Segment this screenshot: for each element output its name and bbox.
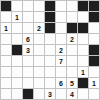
cell-r2c6-black[interactable]	[67, 23, 77, 33]
cell-r8c2-black[interactable]	[23, 89, 33, 99]
cell-r0c3[interactable]	[34, 1, 44, 11]
cell-r4c6[interactable]	[67, 45, 77, 55]
cell-r2c3-clue[interactable]: 2	[34, 23, 44, 33]
cell-r8c4-clue[interactable]: 3	[45, 89, 55, 99]
cell-r1c6[interactable]	[67, 12, 77, 22]
cell-r3c6-clue[interactable]: 2	[67, 34, 77, 44]
cell-r7c8-clue[interactable]: 1	[89, 78, 99, 88]
cell-r0c2[interactable]	[23, 1, 33, 11]
cell-r0c0-black[interactable]	[1, 1, 11, 11]
cell-r8c7[interactable]	[78, 89, 88, 99]
cell-r5c3[interactable]	[34, 56, 44, 66]
cell-r5c4[interactable]	[45, 56, 55, 66]
cell-r7c7-black[interactable]	[78, 78, 88, 88]
cell-r0c4-black[interactable]	[45, 1, 55, 11]
cell-r1c0[interactable]	[1, 12, 11, 22]
cell-r7c6-clue[interactable]: 5	[67, 78, 77, 88]
cell-r6c2[interactable]	[23, 67, 33, 77]
cell-r6c0[interactable]	[1, 67, 11, 77]
cell-r7c2[interactable]	[23, 78, 33, 88]
cell-r0c5[interactable]	[56, 1, 66, 11]
cell-r6c1[interactable]	[12, 67, 22, 77]
cell-r6c5[interactable]	[56, 67, 66, 77]
cell-r2c2[interactable]	[23, 23, 33, 33]
cell-r2c8[interactable]	[89, 23, 99, 33]
cell-r7c5-clue[interactable]: 6	[56, 78, 66, 88]
puzzle-board: 11262327165134	[0, 0, 100, 100]
cell-r7c0[interactable]	[1, 78, 11, 88]
cell-r1c2[interactable]	[23, 12, 33, 22]
cell-r8c3[interactable]	[34, 89, 44, 99]
cell-r6c6[interactable]	[67, 67, 77, 77]
cell-r5c7[interactable]	[78, 56, 88, 66]
cell-r6c3[interactable]	[34, 67, 44, 77]
cell-r3c2-clue[interactable]: 6	[23, 34, 33, 44]
cell-r4c7[interactable]	[78, 45, 88, 55]
cell-r7c3[interactable]	[34, 78, 44, 88]
cell-r4c1-black[interactable]	[12, 45, 22, 55]
cell-r1c1-clue[interactable]: 1	[12, 12, 22, 22]
cell-r8c5[interactable]	[56, 89, 66, 99]
cell-r0c6[interactable]	[67, 1, 77, 11]
cell-r1c8-black[interactable]	[89, 12, 99, 22]
cell-r2c7-black[interactable]	[78, 23, 88, 33]
cell-r3c1[interactable]	[12, 34, 22, 44]
cell-r3c0[interactable]	[1, 34, 11, 44]
cell-r1c4-black[interactable]	[45, 12, 55, 22]
cell-r0c7-black[interactable]	[78, 1, 88, 11]
cell-r8c8[interactable]	[89, 89, 99, 99]
cell-r6c7-clue[interactable]: 1	[78, 67, 88, 77]
cell-r2c5[interactable]	[56, 23, 66, 33]
cell-r5c6[interactable]	[67, 56, 77, 66]
cell-r3c7[interactable]	[78, 34, 88, 44]
cell-r3c4[interactable]	[45, 34, 55, 44]
cell-r5c0[interactable]	[1, 56, 11, 66]
cell-r7c1[interactable]	[12, 78, 22, 88]
cell-r4c5-clue[interactable]: 2	[56, 45, 66, 55]
cell-r4c3[interactable]	[34, 45, 44, 55]
cell-r0c1[interactable]	[12, 1, 22, 11]
cell-r2c0-clue[interactable]: 1	[1, 23, 11, 33]
cell-r1c3[interactable]	[34, 12, 44, 22]
cell-r4c4[interactable]	[45, 45, 55, 55]
cell-r2c1[interactable]	[12, 23, 22, 33]
cell-r8c0[interactable]	[1, 89, 11, 99]
cell-r3c3[interactable]	[34, 34, 44, 44]
cell-r6c4[interactable]	[45, 67, 55, 77]
cell-r6c8[interactable]	[89, 67, 99, 77]
cell-r7c4[interactable]	[45, 78, 55, 88]
cell-r8c1[interactable]	[12, 89, 22, 99]
cell-r4c2-clue[interactable]: 3	[23, 45, 33, 55]
cell-r8c6-clue[interactable]: 4	[67, 89, 77, 99]
cell-r0c8-black[interactable]	[89, 1, 99, 11]
cell-r1c5[interactable]	[56, 12, 66, 22]
cell-r2c4-black[interactable]	[45, 23, 55, 33]
cell-r5c1[interactable]	[12, 56, 22, 66]
cell-r5c8-black[interactable]	[89, 56, 99, 66]
cell-r3c5[interactable]	[56, 34, 66, 44]
cell-r4c0[interactable]	[1, 45, 11, 55]
cell-r3c8[interactable]	[89, 34, 99, 44]
cell-r5c2[interactable]	[23, 56, 33, 66]
cell-r1c7[interactable]	[78, 12, 88, 22]
cell-r5c5-clue[interactable]: 7	[56, 56, 66, 66]
cell-r4c8-black[interactable]	[89, 45, 99, 55]
